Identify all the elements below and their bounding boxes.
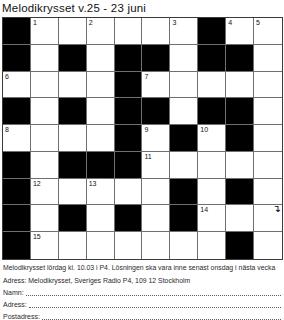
- crossword-grid: 1234567891011121314↴15: [2, 17, 283, 260]
- block-cell: [142, 98, 170, 125]
- grid-cell[interactable]: [226, 72, 254, 99]
- grid-cell[interactable]: 14: [198, 205, 226, 232]
- page-title: Melodikrysset v.25 - 23 juni: [2, 1, 146, 15]
- block-cell: [3, 45, 31, 72]
- grid-cell[interactable]: [254, 72, 282, 99]
- clue-number: 1: [33, 18, 37, 27]
- grid-cell[interactable]: ↴: [254, 205, 282, 232]
- grid-cell[interactable]: 12: [31, 179, 59, 206]
- grid-cell[interactable]: [59, 179, 87, 206]
- block-cell: [59, 45, 87, 72]
- block-cell: [3, 205, 31, 232]
- grid-cell[interactable]: [31, 45, 59, 72]
- block-cell: [115, 45, 143, 72]
- address-field-row: Adress:: [3, 300, 281, 309]
- grid-cell[interactable]: [254, 179, 282, 206]
- clue-number: 9: [144, 125, 148, 134]
- block-cell: [170, 205, 198, 232]
- address-input-line[interactable]: [29, 300, 281, 308]
- grid-cell[interactable]: [31, 205, 59, 232]
- grid-cell[interactable]: [115, 179, 143, 206]
- name-label: Namn:: [3, 288, 24, 297]
- grid-cell[interactable]: [59, 72, 87, 99]
- postal-address-label: Postadress:: [3, 312, 40, 320]
- mailing-address-text: Adress: Melodikrysset, Sveriges Radio P4…: [3, 276, 282, 285]
- clue-number: 11: [144, 152, 151, 161]
- grid-cell[interactable]: [142, 205, 170, 232]
- block-cell: [115, 98, 143, 125]
- postal-address-field-row: Postadress:: [3, 312, 281, 320]
- grid-cell[interactable]: [226, 152, 254, 179]
- block-cell: [115, 152, 143, 179]
- clue-number: 6: [5, 72, 9, 81]
- grid-cell[interactable]: [31, 125, 59, 152]
- clue-number: 13: [89, 179, 97, 188]
- grid-cell[interactable]: [87, 205, 115, 232]
- grid-cell[interactable]: [254, 152, 282, 179]
- grid-cell[interactable]: [254, 45, 282, 72]
- block-cell: [87, 152, 115, 179]
- block-cell: [3, 152, 31, 179]
- block-cell: [115, 205, 143, 232]
- clue-number: 4: [228, 18, 232, 27]
- grid-cell[interactable]: [170, 45, 198, 72]
- grid-cell[interactable]: [198, 232, 226, 259]
- clue-number: 10: [200, 125, 208, 134]
- grid-cell[interactable]: 2: [87, 18, 115, 45]
- grid-cell[interactable]: [142, 179, 170, 206]
- block-cell: [226, 98, 254, 125]
- grid-cell[interactable]: [170, 72, 198, 99]
- block-cell: [226, 179, 254, 206]
- grid-cell[interactable]: [254, 98, 282, 125]
- block-cell: [226, 232, 254, 259]
- grid-cell[interactable]: [31, 98, 59, 125]
- block-cell: [59, 152, 87, 179]
- grid-cell[interactable]: [170, 232, 198, 259]
- grid-cell[interactable]: [226, 205, 254, 232]
- block-cell: [3, 179, 31, 206]
- name-field-row: Namn:: [3, 288, 281, 297]
- block-cell: [3, 18, 31, 45]
- block-cell: [115, 72, 143, 99]
- block-cell: [170, 179, 198, 206]
- grid-cell[interactable]: [59, 18, 87, 45]
- clue-number: 7: [144, 72, 148, 81]
- block-cell: [198, 45, 226, 72]
- grid-cell[interactable]: [87, 125, 115, 152]
- grid-cell[interactable]: 9: [142, 125, 170, 152]
- grid-cell[interactable]: 1: [31, 18, 59, 45]
- grid-cell[interactable]: [87, 98, 115, 125]
- grid-cell[interactable]: 4: [226, 18, 254, 45]
- continue-down-arrow-icon: ↴: [273, 203, 281, 215]
- grid-cell[interactable]: [115, 232, 143, 259]
- block-cell: [3, 98, 31, 125]
- grid-cell[interactable]: 3: [170, 18, 198, 45]
- grid-cell[interactable]: 8: [3, 125, 31, 152]
- block-cell: [59, 98, 87, 125]
- postal-address-input-line[interactable]: [42, 312, 281, 320]
- grid-cell[interactable]: [31, 152, 59, 179]
- clue-number: 5: [256, 18, 260, 27]
- grid-cell[interactable]: [87, 72, 115, 99]
- block-cell: [3, 232, 31, 259]
- name-input-line[interactable]: [26, 288, 281, 296]
- clue-number: 15: [33, 232, 41, 241]
- grid-cell[interactable]: 5: [254, 18, 282, 45]
- block-cell: [198, 18, 226, 45]
- grid-cell[interactable]: [170, 152, 198, 179]
- block-cell: [170, 125, 198, 152]
- grid-cell[interactable]: 15: [31, 232, 59, 259]
- grid-cell[interactable]: 10: [198, 125, 226, 152]
- grid-cell[interactable]: [31, 72, 59, 99]
- grid-cell[interactable]: [198, 152, 226, 179]
- block-cell: [198, 98, 226, 125]
- grid-cell[interactable]: 13: [87, 179, 115, 206]
- clue-number: 3: [172, 18, 176, 27]
- block-cell: [142, 45, 170, 72]
- block-cell: [226, 45, 254, 72]
- grid-cell[interactable]: [142, 18, 170, 45]
- grid-cell[interactable]: 6: [3, 72, 31, 99]
- grid-cell[interactable]: [170, 98, 198, 125]
- block-cell: [59, 205, 87, 232]
- clue-number: 8: [5, 125, 9, 134]
- grid-cell[interactable]: [59, 125, 87, 152]
- grid-cell[interactable]: [198, 179, 226, 206]
- grid-cell[interactable]: [87, 232, 115, 259]
- block-cell: [226, 125, 254, 152]
- clue-number: 12: [33, 179, 41, 188]
- clue-number: 14: [200, 205, 208, 214]
- melodikrysset-page: Melodikrysset v.25 - 23 juni 12345678910…: [0, 0, 284, 320]
- grid-cell[interactable]: [142, 232, 170, 259]
- grid-cell[interactable]: [59, 232, 87, 259]
- grid-cell[interactable]: [254, 125, 282, 152]
- grid-cell[interactable]: [254, 232, 282, 259]
- grid-cell[interactable]: [198, 72, 226, 99]
- block-cell: [115, 125, 143, 152]
- grid-cell[interactable]: 11: [142, 152, 170, 179]
- clue-number: 2: [89, 18, 93, 27]
- grid-cell[interactable]: [115, 18, 143, 45]
- grid-cell[interactable]: 7: [142, 72, 170, 99]
- broadcast-info-text: Melodikrysset lördag kl. 10.03 i P4. Lös…: [3, 263, 282, 272]
- grid-cell[interactable]: [87, 45, 115, 72]
- address-label: Adress:: [3, 300, 27, 309]
